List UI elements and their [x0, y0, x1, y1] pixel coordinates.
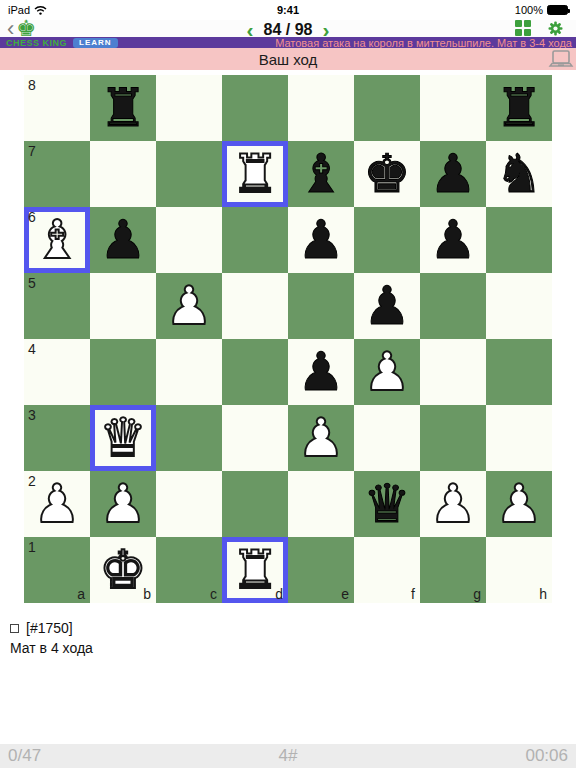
board-area: 8♜♜7♜♝♚♟♞6♝♟♟♟5♟♟4♟♟3♛♟2♟♟♛♟♟1ab♚cd♜efgh: [0, 70, 576, 608]
square-a7[interactable]: 7: [24, 141, 90, 207]
bottom-bar: 0/47 4# 00:06: [0, 744, 576, 768]
move-bar: Ваш ход: [0, 48, 576, 70]
rank-label-2: 2: [28, 473, 36, 489]
piece-white-pawn[interactable]: ♟: [288, 405, 354, 471]
progress-counter: 0/47: [8, 746, 41, 766]
file-label-c: c: [210, 586, 217, 602]
square-f5[interactable]: ♟: [354, 273, 420, 339]
square-e8[interactable]: [288, 75, 354, 141]
square-c1[interactable]: c: [156, 537, 222, 603]
puzzle-grid-button[interactable]: [515, 20, 531, 36]
square-d8[interactable]: [222, 75, 288, 141]
file-label-g: g: [473, 586, 481, 602]
piece-black-pawn[interactable]: ♟: [354, 273, 420, 339]
piece-black-rook[interactable]: ♜: [90, 75, 156, 141]
square-c8[interactable]: [156, 75, 222, 141]
square-e3[interactable]: ♟: [288, 405, 354, 471]
square-h1[interactable]: h: [486, 537, 552, 603]
square-d5[interactable]: [222, 273, 288, 339]
piece-white-pawn[interactable]: ♟: [90, 471, 156, 537]
square-c3[interactable]: [156, 405, 222, 471]
chess-board: 8♜♜7♜♝♚♟♞6♝♟♟♟5♟♟4♟♟3♛♟2♟♟♛♟♟1ab♚cd♜efgh: [24, 75, 552, 603]
square-b1[interactable]: b♚: [90, 537, 156, 603]
square-g6[interactable]: ♟: [420, 207, 486, 273]
piece-black-king[interactable]: ♚: [354, 141, 420, 207]
square-b5[interactable]: [90, 273, 156, 339]
piece-black-pawn[interactable]: ♟: [288, 339, 354, 405]
your-move-label: Ваш ход: [259, 51, 318, 68]
square-d3[interactable]: [222, 405, 288, 471]
piece-black-bishop[interactable]: ♝: [288, 141, 354, 207]
square-e1[interactable]: e: [288, 537, 354, 603]
square-e2[interactable]: [288, 471, 354, 537]
file-label-a: a: [77, 586, 85, 602]
rank-label-3: 3: [28, 407, 36, 423]
square-e4[interactable]: ♟: [288, 339, 354, 405]
piece-white-pawn[interactable]: ♟: [156, 273, 222, 339]
square-g5[interactable]: [420, 273, 486, 339]
square-b4[interactable]: [90, 339, 156, 405]
square-d6[interactable]: [222, 207, 288, 273]
rank-label-1: 1: [28, 539, 36, 555]
square-a3[interactable]: 3: [24, 405, 90, 471]
square-a1[interactable]: 1a: [24, 537, 90, 603]
square-g7[interactable]: ♟: [420, 141, 486, 207]
puzzle-info: [#1750] Мат в 4 хода: [0, 608, 576, 744]
screen: iPad 9:41 100% ‹ ♚ ‹ 84 / 98 ›: [0, 0, 576, 768]
square-g3[interactable]: [420, 405, 486, 471]
square-h4[interactable]: [486, 339, 552, 405]
rank-label-7: 7: [28, 143, 36, 159]
rank-label-5: 5: [28, 275, 36, 291]
battery-percent: 100%: [515, 4, 543, 16]
battery-icon: [547, 5, 568, 15]
square-b7[interactable]: [90, 141, 156, 207]
square-c7[interactable]: [156, 141, 222, 207]
square-b8[interactable]: ♜: [90, 75, 156, 141]
square-a2[interactable]: 2♟: [24, 471, 90, 537]
mate-label: 4#: [279, 746, 298, 766]
square-d4[interactable]: [222, 339, 288, 405]
square-a6[interactable]: 6♝: [24, 207, 90, 273]
piece-white-pawn[interactable]: ♟: [420, 471, 486, 537]
square-g4[interactable]: [420, 339, 486, 405]
piece-black-rook[interactable]: ♜: [486, 75, 552, 141]
square-b2[interactable]: ♟: [90, 471, 156, 537]
timer: 00:06: [525, 746, 568, 766]
square-f1[interactable]: f: [354, 537, 420, 603]
puzzle-task: Мат в 4 хода: [10, 640, 566, 656]
square-h8[interactable]: ♜: [486, 75, 552, 141]
square-a4[interactable]: 4: [24, 339, 90, 405]
piece-white-pawn[interactable]: ♟: [354, 339, 420, 405]
square-c6[interactable]: [156, 207, 222, 273]
file-label-f: f: [411, 586, 415, 602]
square-f7[interactable]: ♚: [354, 141, 420, 207]
square-b6[interactable]: ♟: [90, 207, 156, 273]
square-d2[interactable]: [222, 471, 288, 537]
square-f2[interactable]: ♛: [354, 471, 420, 537]
device-label: iPad: [8, 4, 30, 16]
file-label-h: h: [539, 586, 547, 602]
piece-white-pawn[interactable]: ♟: [486, 471, 552, 537]
back-button[interactable]: ‹: [7, 22, 14, 36]
square-e7[interactable]: ♝: [288, 141, 354, 207]
piece-white-queen[interactable]: ♛: [90, 405, 156, 471]
chess-king-label: CHESS KING: [6, 38, 67, 48]
learn-badge[interactable]: LEARN: [73, 38, 118, 48]
square-h6[interactable]: [486, 207, 552, 273]
square-h5[interactable]: [486, 273, 552, 339]
rank-label-6: 6: [28, 209, 36, 225]
file-label-b: b: [143, 586, 151, 602]
square-a8[interactable]: 8: [24, 75, 90, 141]
white-to-move-icon: [10, 624, 19, 633]
square-f4[interactable]: ♟: [354, 339, 420, 405]
next-puzzle-button[interactable]: ›: [322, 23, 329, 37]
piece-black-pawn[interactable]: ♟: [420, 141, 486, 207]
piece-white-rook[interactable]: ♜: [222, 141, 288, 207]
wifi-icon: [34, 5, 47, 15]
square-c2[interactable]: [156, 471, 222, 537]
status-bar: iPad 9:41 100%: [0, 0, 576, 20]
rank-label-4: 4: [28, 341, 36, 357]
nav-bar: ‹ ♚ ‹ 84 / 98 ›: [0, 20, 576, 37]
file-label-e: e: [341, 586, 349, 602]
file-label-d: d: [275, 586, 283, 602]
chess-king-logo-icon[interactable]: ♚: [16, 22, 36, 36]
piece-black-pawn[interactable]: ♟: [420, 207, 486, 273]
square-e5[interactable]: [288, 273, 354, 339]
square-h2[interactable]: ♟: [486, 471, 552, 537]
square-c5[interactable]: ♟: [156, 273, 222, 339]
piece-black-knight[interactable]: ♞: [486, 141, 552, 207]
engine-laptop-icon[interactable]: [548, 50, 574, 69]
square-g2[interactable]: ♟: [420, 471, 486, 537]
rank-label-8: 8: [28, 77, 36, 93]
prev-puzzle-button[interactable]: ‹: [247, 23, 254, 37]
square-e6[interactable]: ♟: [288, 207, 354, 273]
settings-gear-button[interactable]: [548, 21, 563, 36]
square-f8[interactable]: [354, 75, 420, 141]
square-f3[interactable]: [354, 405, 420, 471]
clock: 9:41: [277, 4, 299, 16]
square-d1[interactable]: d♜: [222, 537, 288, 603]
square-c4[interactable]: [156, 339, 222, 405]
square-g8[interactable]: [420, 75, 486, 141]
square-g1[interactable]: g: [420, 537, 486, 603]
square-h3[interactable]: [486, 405, 552, 471]
puzzle-counter: 84 / 98: [264, 21, 313, 39]
square-d7[interactable]: ♜: [222, 141, 288, 207]
square-h7[interactable]: ♞: [486, 141, 552, 207]
square-a5[interactable]: 5: [24, 273, 90, 339]
piece-black-queen[interactable]: ♛: [354, 471, 420, 537]
square-b3[interactable]: ♛: [90, 405, 156, 471]
piece-black-pawn[interactable]: ♟: [90, 207, 156, 273]
piece-black-pawn[interactable]: ♟: [288, 207, 354, 273]
puzzle-id: [#1750]: [26, 620, 73, 636]
square-f6[interactable]: [354, 207, 420, 273]
